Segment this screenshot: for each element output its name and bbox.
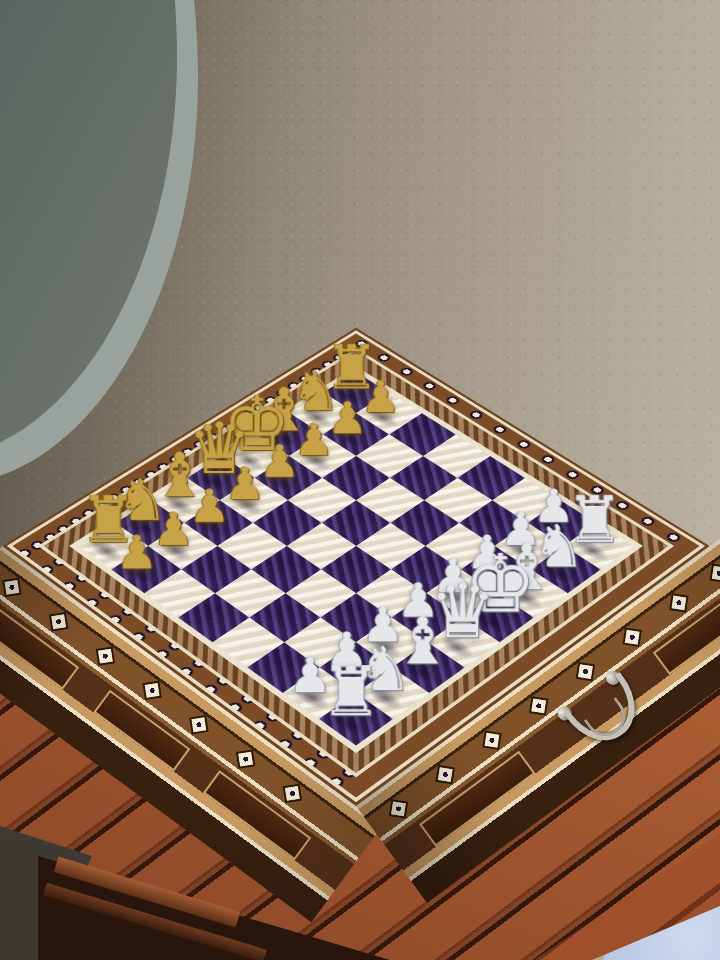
square-d4[interactable] bbox=[321, 546, 391, 593]
square-b5[interactable] bbox=[215, 569, 285, 617]
chess-board[interactable]: ♜♟♟♜♞♟♟♞♝♟♟♝♚♟♟♚♛♟♟♛♝♟♟♝♞♟♟♞♜♟♟♜ bbox=[2, 328, 709, 806]
piece-gold-pawn[interactable]: ♟ bbox=[112, 529, 162, 575]
photo-scene: ♜♟♟♜♞♟♟♞♝♟♟♝♚♟♟♚♛♟♟♛♝♟♟♝♞♟♟♞♜♟♟♜ bbox=[0, 0, 720, 960]
piece-silver-rook[interactable]: ♜ bbox=[320, 658, 372, 726]
board-perspective: ♜♟♟♜♞♟♟♞♝♟♟♝♚♟♟♚♛♟♟♛♝♟♟♝♞♟♟♞♜♟♟♜ bbox=[0, 0, 720, 960]
